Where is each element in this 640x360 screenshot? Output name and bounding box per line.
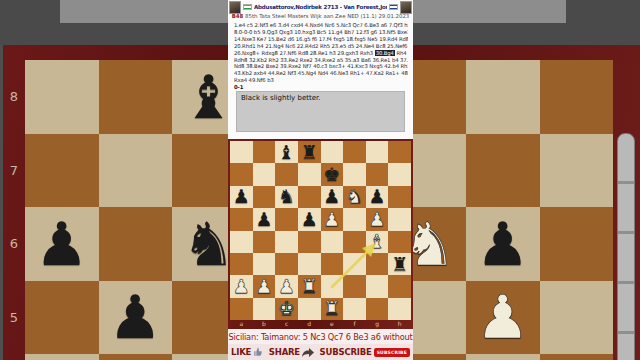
square-f4 [343,231,366,253]
white-pawn-c2: ♟ [278,277,295,296]
white-player-photo [229,1,241,14]
move-line: Rdh8 32.Kb2 Rh2 33.Re2 Rxe2 34.Rxe2 a5 3… [234,57,408,64]
black-rook-d8: ♜ [301,143,318,162]
square-a4 [25,354,99,360]
square-a6: ♟ [25,207,99,281]
square-e5: ♟ [321,208,344,230]
square-b5: ♟ [253,208,276,230]
white-knight-f6: ♞ [346,187,363,206]
square-h5 [540,281,614,355]
background-rank-label-8: 8 [7,89,21,104]
square-e3 [321,253,344,275]
square-g8 [366,141,389,163]
social-bar: LIKE SHARE SUBSCRIBE SUBSCRIBE [228,344,413,360]
square-g4: ♝ [366,231,389,253]
event-line: B48 85th Tata Steel Masters Wijk aan Zee… [230,13,411,19]
square-e1: ♜ [321,298,344,320]
file-coordinates: abcdefgh [230,320,411,328]
video-frame: ♝♜♚♟♞♟♞♟♟♟♟♟♝ 8765 Abdusattorov,Nodirbek… [0,0,640,360]
move-line: 1.e4 c5 2.Nf3 e6 3.d4 cxd4 4.Nxd4 Nc6 5.… [234,22,408,29]
square-c1: ♚ [275,298,298,320]
square-d2: ♜ [298,275,321,297]
scrollbar [617,133,635,360]
square-f5 [343,208,366,230]
opening-name: Sicilian: Taimanov: 5 Nc3 Qc7 6 Be3 a6 w… [228,332,413,342]
square-h8 [540,60,614,134]
move-line: 8.0-0-0 b5 9.Qg3 Qxg3 10.hxg3 Bc5 11.g4 … [234,29,408,36]
square-h2 [388,275,411,297]
square-h4 [540,354,614,360]
move-line: 43.Kb2 axb4 44.Re2 Nf3 45.Ng4 Nd4 46.Ne3… [234,70,408,77]
square-d1 [298,298,321,320]
black-player-photo [400,1,412,14]
square-a6: ♟ [230,186,253,208]
square-c2: ♟ [275,275,298,297]
file-label-f: f [343,320,366,328]
white-rook-e1: ♜ [323,299,340,318]
subscribe-red-badge[interactable]: SUBSCRIBE [374,348,410,357]
square-f7 [343,163,366,185]
square-b3 [253,253,276,275]
square-h6 [388,186,411,208]
square-g8 [466,60,540,134]
white-bishop-g4: ♝ [369,232,386,251]
square-g5: ♟ [466,281,540,355]
square-d8: ♜ [298,141,321,163]
thumbs-up-icon [253,347,263,357]
black-pawn-a6: ♟ [233,187,250,206]
background-rank-label-7: 7 [7,163,21,178]
file-label-d: d [298,320,321,328]
event-text: 85th Tata Steel Masters Wijk aan Zee NED… [245,13,409,19]
file-label-g: g [366,320,389,328]
square-c8: ♝ [275,141,298,163]
square-g4: ♝ [466,354,540,360]
move-line: Nd8 38.Be2 Bxe2 39.Rxe2 Nf7 40.c3 bxc3+ … [234,63,408,70]
white-pawn-b2: ♟ [255,277,272,296]
white-pawn-e5: ♟ [323,210,340,229]
black-pawn-d5: ♟ [301,210,318,229]
eco-code: B48 [232,13,244,19]
square-d5: ♟ [298,208,321,230]
move-line: 26.Nxg8+ Rdxg8 27.Nf6 Rd8 28.Re1 h3 29.g… [234,50,408,57]
file-label-a: a [230,320,253,328]
square-g7 [366,163,389,185]
square-c4 [275,231,298,253]
square-c3 [275,253,298,275]
square-g2 [366,275,389,297]
black-knight-c6: ♞ [278,187,295,206]
square-a5 [25,281,99,355]
square-b8 [253,141,276,163]
file-label-e: e [321,320,344,328]
black-pawn-g6: ♟ [476,214,530,274]
square-f6: ♞ [343,186,366,208]
square-b4 [253,231,276,253]
square-f8 [343,141,366,163]
square-d4 [298,231,321,253]
file-label-b: b [253,320,276,328]
square-b7 [99,134,173,208]
black-king-e7: ♚ [323,165,340,184]
game-panel: Abdusattorov,Nodirbek 2713 - Van Foreest… [228,0,413,360]
square-c7 [275,163,298,185]
square-b6 [253,186,276,208]
square-f2 [343,275,366,297]
square-g6: ♟ [466,207,540,281]
chessboard-squares: ♝♜♚♟♞♟♞♟♟♟♟♟♝♜♟♟♟♜♚♜ [230,141,411,320]
subscribe-button[interactable]: SUBSCRIBE SUBSCRIBE [320,347,410,357]
square-h7 [388,163,411,185]
move-line: 20.Rhd1 h4 21.Ng4 Nc6 22.R4d2 Rh5 23.e5 … [234,43,408,50]
evaluation-box: Black is slightly better. [236,91,405,132]
like-button[interactable]: LIKE [231,347,263,357]
square-d6 [298,186,321,208]
square-h5 [388,208,411,230]
square-b8 [99,60,173,134]
file-label-h: h [388,320,411,328]
black-rook-h3: ♜ [391,255,408,274]
square-c6: ♞ [275,186,298,208]
square-a7 [230,163,253,185]
square-h7 [540,134,614,208]
square-a7 [25,134,99,208]
opening-caption-bar: Sicilian: Taimanov: 5 Nc3 Qc7 6 Be3 a6 w… [228,329,413,344]
black-bishop-c8: ♝ [278,143,295,162]
square-g5: ♟ [366,208,389,230]
square-b1 [253,298,276,320]
square-b2: ♟ [253,275,276,297]
move-list[interactable]: 1.e4 c5 2.Nf3 e6 3.d4 cxd4 4.Nxd4 Nc6 5.… [234,22,408,91]
black-pawn-g6: ♟ [369,187,386,206]
square-b5: ♟ [99,281,173,355]
square-a2: ♟ [230,275,253,297]
chessboard-diagram: ♝♜♚♟♞♟♞♟♟♟♟♟♝♜♟♟♟♜♚♜ abcdefgh [228,139,413,329]
square-h6 [540,207,614,281]
square-h3: ♜ [388,253,411,275]
current-move-highlight[interactable]: 30.Bg4 [375,50,395,56]
square-g6: ♟ [366,186,389,208]
square-e7: ♚ [321,163,344,185]
square-b4 [99,354,173,360]
square-h8 [388,141,411,163]
square-b7 [253,163,276,185]
white-rook-d2: ♜ [301,277,318,296]
square-e6: ♟ [321,186,344,208]
square-c5 [275,208,298,230]
background-rank-label-6: 6 [7,236,21,251]
share-arrow-icon [302,348,314,357]
square-g3 [366,253,389,275]
white-king-c1: ♚ [278,299,295,318]
black-pawn-e6: ♟ [323,187,340,206]
square-g1 [366,298,389,320]
background-rank-label-5: 5 [7,310,21,325]
square-e8 [321,141,344,163]
black-pawn-b5: ♟ [255,210,272,229]
netherlands-flag-icon [389,4,398,10]
square-d3 [298,253,321,275]
file-label-c: c [275,320,298,328]
square-d7 [298,163,321,185]
game-header: Abdusattorov,Nodirbek 2713 - Van Foreest… [228,0,413,21]
square-a5 [230,208,253,230]
square-a8 [230,141,253,163]
square-e4 [321,231,344,253]
move-line: Rxa4 49.Nf6 b3 [234,77,408,84]
players-title: Abdusattorov,Nodirbek 2713 - Van Foreest… [254,4,387,10]
white-pawn-g5: ♟ [476,287,530,347]
uzbekistan-flag-icon [243,4,252,10]
black-pawn-a6: ♟ [35,214,89,274]
black-pawn-b5: ♟ [108,287,162,347]
square-e2 [321,275,344,297]
move-line: 14.Nxe3 Ke7 15.Be2 d6 16.g5 f6 17.f4 fxg… [234,36,408,43]
share-button[interactable]: SHARE [269,347,314,357]
square-f1 [343,298,366,320]
square-h4 [388,231,411,253]
white-pawn-a2: ♟ [233,277,250,296]
square-a1 [230,298,253,320]
square-a4 [230,231,253,253]
square-a3 [230,253,253,275]
square-f3 [343,253,366,275]
square-a8 [25,60,99,134]
square-b6 [99,207,173,281]
square-g7 [466,134,540,208]
white-pawn-g5: ♟ [369,210,386,229]
evaluation-text: Black is slightly better. [237,92,404,104]
square-h1 [388,298,411,320]
